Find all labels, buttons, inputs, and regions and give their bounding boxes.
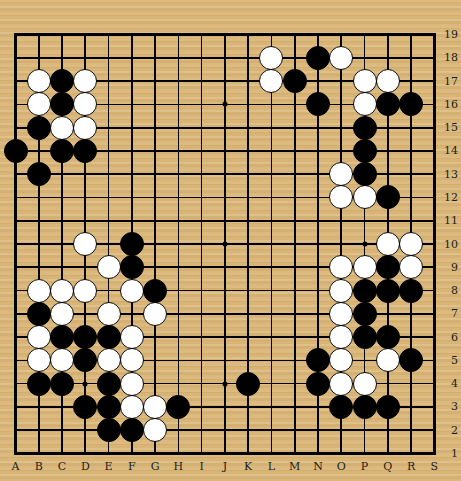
row-label: 17: [440, 75, 458, 88]
column-label: I: [194, 460, 210, 473]
row-label: 3: [440, 400, 458, 413]
stone-white[interactable]: [259, 46, 283, 70]
row-label: 4: [440, 377, 458, 390]
stone-white[interactable]: [120, 325, 144, 349]
stone-white[interactable]: [329, 302, 353, 326]
stone-white[interactable]: [329, 46, 353, 70]
stone-white[interactable]: [353, 372, 377, 396]
stone-black[interactable]: [4, 139, 28, 163]
star-point: [222, 381, 227, 386]
stone-white[interactable]: [329, 372, 353, 396]
stone-black[interactable]: [73, 325, 97, 349]
stone-white[interactable]: [120, 348, 144, 372]
stone-white[interactable]: [120, 279, 144, 303]
stone-white[interactable]: [329, 162, 353, 186]
stone-black[interactable]: [353, 139, 377, 163]
stone-black[interactable]: [306, 46, 330, 70]
stone-black[interactable]: [27, 162, 51, 186]
stone-black[interactable]: [50, 325, 74, 349]
stone-black[interactable]: [97, 395, 121, 419]
stone-white[interactable]: [376, 232, 400, 256]
stone-black[interactable]: [376, 325, 400, 349]
stone-black[interactable]: [73, 139, 97, 163]
stone-black[interactable]: [306, 348, 330, 372]
stone-black[interactable]: [376, 185, 400, 209]
stone-white[interactable]: [353, 185, 377, 209]
stone-black[interactable]: [27, 302, 51, 326]
stone-black[interactable]: [376, 279, 400, 303]
stone-white[interactable]: [50, 302, 74, 326]
row-label: 11: [440, 214, 458, 227]
stone-black[interactable]: [120, 418, 144, 442]
stone-black[interactable]: [97, 372, 121, 396]
column-label: J: [217, 460, 233, 473]
row-label: 16: [440, 98, 458, 111]
stone-white[interactable]: [259, 69, 283, 93]
stone-black[interactable]: [283, 69, 307, 93]
stone-white[interactable]: [73, 232, 97, 256]
column-label: O: [333, 460, 349, 473]
row-label: 5: [440, 354, 458, 367]
column-label: N: [310, 460, 326, 473]
column-label: G: [147, 460, 163, 473]
stone-white[interactable]: [329, 348, 353, 372]
column-label: M: [287, 460, 303, 473]
stone-white[interactable]: [27, 348, 51, 372]
column-label: F: [124, 460, 140, 473]
row-label: 1: [440, 447, 458, 460]
row-label: 8: [440, 284, 458, 297]
stone-black[interactable]: [73, 348, 97, 372]
go-board[interactable]: ABCDEFGHIJKLMNOPQRS 19181716151413121110…: [0, 0, 461, 481]
row-label: 14: [440, 144, 458, 157]
stone-black[interactable]: [376, 395, 400, 419]
grid-line-h: [14, 429, 435, 431]
column-label: Q: [380, 460, 396, 473]
column-label: K: [240, 460, 256, 473]
row-label: 2: [440, 424, 458, 437]
stone-black[interactable]: [120, 232, 144, 256]
row-label: 13: [440, 168, 458, 181]
column-label: A: [8, 460, 24, 473]
stone-white[interactable]: [120, 395, 144, 419]
stone-black[interactable]: [50, 372, 74, 396]
stone-white[interactable]: [329, 279, 353, 303]
stone-white[interactable]: [376, 69, 400, 93]
row-label: 18: [440, 51, 458, 64]
column-label: P: [357, 460, 373, 473]
column-label: D: [77, 460, 93, 473]
stone-black[interactable]: [353, 325, 377, 349]
column-label: H: [170, 460, 186, 473]
stone-black[interactable]: [50, 69, 74, 93]
stone-black[interactable]: [399, 92, 423, 116]
stone-black[interactable]: [376, 255, 400, 279]
stone-black[interactable]: [353, 116, 377, 140]
row-label: 19: [440, 28, 458, 41]
row-label: 6: [440, 331, 458, 344]
stone-black[interactable]: [50, 139, 74, 163]
stone-white[interactable]: [50, 348, 74, 372]
star-point: [222, 242, 227, 247]
star-point: [362, 242, 367, 247]
stone-black[interactable]: [97, 418, 121, 442]
stone-black[interactable]: [353, 279, 377, 303]
stone-black[interactable]: [73, 395, 97, 419]
stone-white[interactable]: [27, 69, 51, 93]
stone-black[interactable]: [353, 395, 377, 419]
stone-white[interactable]: [376, 348, 400, 372]
stone-black[interactable]: [143, 279, 167, 303]
stone-white[interactable]: [120, 372, 144, 396]
grid-line-v: [433, 33, 435, 454]
column-label: E: [101, 460, 117, 473]
stone-black[interactable]: [166, 395, 190, 419]
row-label: 12: [440, 191, 458, 204]
stone-white[interactable]: [399, 255, 423, 279]
stone-black[interactable]: [353, 162, 377, 186]
stone-black[interactable]: [27, 116, 51, 140]
grid-line-v: [271, 33, 273, 454]
stone-white[interactable]: [27, 279, 51, 303]
stone-white[interactable]: [143, 418, 167, 442]
stone-white[interactable]: [143, 395, 167, 419]
stone-white[interactable]: [73, 92, 97, 116]
stone-black[interactable]: [353, 302, 377, 326]
star-point: [83, 381, 88, 386]
stone-black[interactable]: [399, 279, 423, 303]
stone-white[interactable]: [27, 92, 51, 116]
stone-white[interactable]: [399, 232, 423, 256]
stone-black[interactable]: [329, 395, 353, 419]
column-label: S: [426, 460, 442, 473]
row-label: 7: [440, 307, 458, 320]
grid-line-v: [294, 33, 296, 454]
stone-black[interactable]: [27, 372, 51, 396]
stone-white[interactable]: [73, 279, 97, 303]
stone-black[interactable]: [97, 325, 121, 349]
stone-white[interactable]: [27, 325, 51, 349]
stone-white[interactable]: [143, 302, 167, 326]
stone-white[interactable]: [353, 255, 377, 279]
row-label: 10: [440, 238, 458, 251]
stone-white[interactable]: [73, 116, 97, 140]
stone-white[interactable]: [97, 255, 121, 279]
column-label: B: [31, 460, 47, 473]
stone-white[interactable]: [50, 279, 74, 303]
stone-black[interactable]: [306, 372, 330, 396]
grid-line-h: [14, 452, 435, 454]
stone-white[interactable]: [329, 185, 353, 209]
stone-black[interactable]: [50, 92, 74, 116]
stone-white[interactable]: [353, 92, 377, 116]
stone-white[interactable]: [353, 69, 377, 93]
column-label: R: [403, 460, 419, 473]
stone-black[interactable]: [120, 255, 144, 279]
stone-white[interactable]: [329, 325, 353, 349]
row-label: 9: [440, 261, 458, 274]
stone-white[interactable]: [97, 302, 121, 326]
stone-white[interactable]: [97, 348, 121, 372]
stone-white[interactable]: [50, 116, 74, 140]
column-label: L: [263, 460, 279, 473]
stone-white[interactable]: [329, 255, 353, 279]
column-label: C: [54, 460, 70, 473]
stone-black[interactable]: [399, 348, 423, 372]
row-label: 15: [440, 121, 458, 134]
stone-white[interactable]: [73, 69, 97, 93]
stone-black[interactable]: [236, 372, 260, 396]
stone-black[interactable]: [306, 92, 330, 116]
star-point: [222, 102, 227, 107]
stone-black[interactable]: [376, 92, 400, 116]
